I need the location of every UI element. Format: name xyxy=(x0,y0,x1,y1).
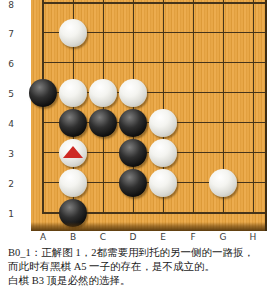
intersection-H8[interactable] xyxy=(238,0,268,18)
intersection-G1[interactable] xyxy=(208,198,238,228)
caption-line-3: 白棋 B3 顶是必然的选择。 xyxy=(8,274,264,288)
intersection-G5[interactable] xyxy=(208,78,238,108)
stone-black-D2 xyxy=(119,169,147,197)
intersection-A2[interactable] xyxy=(28,168,58,198)
intersection-D6[interactable] xyxy=(118,48,148,78)
diagram-page: 87654321ABCDEFGH B0_1：正解图 1，2都需要用到托的另一侧的… xyxy=(0,0,268,294)
intersection-B5[interactable] xyxy=(58,78,88,108)
intersection-D4[interactable] xyxy=(118,108,148,138)
row-label-1: 1 xyxy=(2,209,20,220)
stone-white-G2 xyxy=(209,169,237,197)
intersection-A1[interactable] xyxy=(28,198,58,228)
row-label-6: 6 xyxy=(2,59,20,70)
stone-white-E3 xyxy=(149,139,177,167)
intersection-C2[interactable] xyxy=(88,168,118,198)
row-label-2: 2 xyxy=(2,179,20,190)
col-label-B: B xyxy=(63,231,83,243)
col-label-G: G xyxy=(213,231,233,243)
intersection-H3[interactable] xyxy=(238,138,268,168)
intersection-E8[interactable] xyxy=(148,0,178,18)
col-label-E: E xyxy=(153,231,173,243)
caption-line-2: 而此时有黑棋 A5 一子的存在，是不成立的。 xyxy=(8,260,264,274)
intersection-D5[interactable] xyxy=(118,78,148,108)
intersection-D8[interactable] xyxy=(118,0,148,18)
intersection-C1[interactable] xyxy=(88,198,118,228)
intersection-A4[interactable] xyxy=(28,108,58,138)
intersection-B6[interactable] xyxy=(58,48,88,78)
stone-white-B5 xyxy=(59,79,87,107)
intersection-B4[interactable] xyxy=(58,108,88,138)
intersection-D3[interactable] xyxy=(118,138,148,168)
intersection-E4[interactable] xyxy=(148,108,178,138)
intersection-F1[interactable] xyxy=(178,198,208,228)
intersection-H6[interactable] xyxy=(238,48,268,78)
intersection-H7[interactable] xyxy=(238,18,268,48)
col-label-H: H xyxy=(243,231,263,243)
intersection-D2[interactable] xyxy=(118,168,148,198)
triangle-marker-icon xyxy=(63,146,83,158)
intersection-H4[interactable] xyxy=(238,108,268,138)
stone-white-D5 xyxy=(119,79,147,107)
stone-black-A5 xyxy=(29,79,57,107)
intersection-C4[interactable] xyxy=(88,108,118,138)
caption: B0_1：正解图 1，2都需要用到托的另一侧的一路扳， 而此时有黑棋 A5 一子… xyxy=(8,246,264,288)
row-label-5: 5 xyxy=(2,89,20,100)
intersection-C3[interactable] xyxy=(88,138,118,168)
intersection-B1[interactable] xyxy=(58,198,88,228)
intersection-F6[interactable] xyxy=(178,48,208,78)
intersection-F5[interactable] xyxy=(178,78,208,108)
col-label-D: D xyxy=(123,231,143,243)
intersection-C5[interactable] xyxy=(88,78,118,108)
intersection-B2[interactable] xyxy=(58,168,88,198)
intersection-E2[interactable] xyxy=(148,168,178,198)
intersection-G3[interactable] xyxy=(208,138,238,168)
row-label-7: 7 xyxy=(2,29,20,40)
row-label-3: 3 xyxy=(2,149,20,160)
intersection-C8[interactable] xyxy=(88,0,118,18)
intersection-B3[interactable] xyxy=(58,138,88,168)
intersection-F7[interactable] xyxy=(178,18,208,48)
row-label-8: 8 xyxy=(2,0,20,11)
intersection-H1[interactable] xyxy=(238,198,268,228)
intersection-E5[interactable] xyxy=(148,78,178,108)
intersection-D1[interactable] xyxy=(118,198,148,228)
stone-white-B7 xyxy=(59,19,87,47)
board-grid[interactable] xyxy=(28,0,268,228)
stone-white-C5 xyxy=(89,79,117,107)
col-label-C: C xyxy=(93,231,113,243)
intersection-F4[interactable] xyxy=(178,108,208,138)
intersection-C6[interactable] xyxy=(88,48,118,78)
intersection-B8[interactable] xyxy=(58,0,88,18)
intersection-A6[interactable] xyxy=(28,48,58,78)
intersection-H2[interactable] xyxy=(238,168,268,198)
stone-white-E2 xyxy=(149,169,177,197)
intersection-F3[interactable] xyxy=(178,138,208,168)
intersection-G7[interactable] xyxy=(208,18,238,48)
stone-black-B1 xyxy=(59,199,87,227)
stone-black-D3 xyxy=(119,139,147,167)
stone-black-C4 xyxy=(89,109,117,137)
stone-black-B4 xyxy=(59,109,87,137)
intersection-H5[interactable] xyxy=(238,78,268,108)
intersection-G4[interactable] xyxy=(208,108,238,138)
intersection-E3[interactable] xyxy=(148,138,178,168)
intersection-A5[interactable] xyxy=(28,78,58,108)
intersection-G6[interactable] xyxy=(208,48,238,78)
intersection-C7[interactable] xyxy=(88,18,118,48)
intersection-A7[interactable] xyxy=(28,18,58,48)
stone-white-E4 xyxy=(149,109,177,137)
intersection-E6[interactable] xyxy=(148,48,178,78)
intersection-A8[interactable] xyxy=(28,0,58,18)
stone-white-B3 xyxy=(59,139,87,167)
intersection-F8[interactable] xyxy=(178,0,208,18)
row-label-4: 4 xyxy=(2,119,20,130)
stone-black-D4 xyxy=(119,109,147,137)
intersection-E1[interactable] xyxy=(148,198,178,228)
intersection-F2[interactable] xyxy=(178,168,208,198)
stone-white-B2 xyxy=(59,169,87,197)
intersection-G2[interactable] xyxy=(208,168,238,198)
intersection-B7[interactable] xyxy=(58,18,88,48)
intersection-E7[interactable] xyxy=(148,18,178,48)
col-label-A: A xyxy=(33,231,53,243)
col-label-F: F xyxy=(183,231,203,243)
intersection-D7[interactable] xyxy=(118,18,148,48)
intersection-G8[interactable] xyxy=(208,0,238,18)
caption-line-1: B0_1：正解图 1，2都需要用到托的另一侧的一路扳， xyxy=(8,246,264,260)
go-board xyxy=(31,0,267,231)
intersection-A3[interactable] xyxy=(28,138,58,168)
